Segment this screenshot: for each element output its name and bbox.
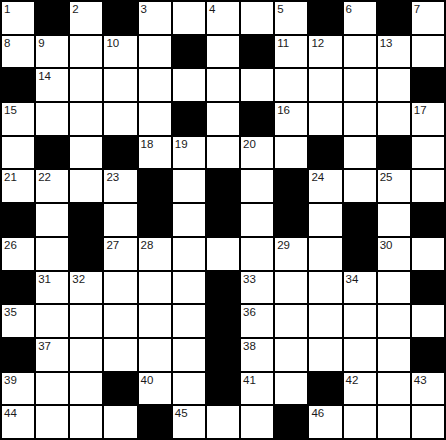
white-cell-r5c7[interactable]	[207, 137, 239, 169]
white-cell-r11c12[interactable]	[378, 339, 410, 371]
white-cell-r2c7[interactable]	[207, 36, 239, 68]
white-cell-r5c13[interactable]	[412, 137, 444, 169]
white-cell-r1c1[interactable]: 1	[2, 2, 34, 34]
white-cell-r8c12[interactable]: 30	[378, 238, 410, 270]
clue-number-18: 18	[141, 138, 154, 151]
white-cell-r8c13[interactable]	[412, 238, 444, 270]
white-cell-r13c11[interactable]	[344, 406, 376, 438]
black-cell-r1c2	[36, 2, 68, 34]
clue-number-8: 8	[4, 37, 10, 50]
white-cell-r11c6[interactable]	[173, 339, 205, 371]
black-cell-r5c2	[36, 137, 68, 169]
white-cell-r6c12[interactable]: 25	[378, 170, 410, 202]
white-cell-r12c5[interactable]: 40	[139, 373, 171, 405]
white-cell-r10c2[interactable]	[36, 305, 68, 337]
white-cell-r1c11[interactable]: 6	[344, 2, 376, 34]
black-cell-r9c7	[207, 272, 239, 304]
white-cell-r13c7[interactable]	[207, 406, 239, 438]
white-cell-r8c5[interactable]: 28	[139, 238, 171, 270]
white-cell-r7c12[interactable]	[378, 204, 410, 236]
white-cell-r4c5[interactable]	[139, 103, 171, 135]
clue-number-26: 26	[4, 239, 17, 252]
white-cell-r9c5[interactable]	[139, 272, 171, 304]
white-cell-r2c3[interactable]	[70, 36, 102, 68]
white-cell-r2c10[interactable]: 12	[309, 36, 341, 68]
white-cell-r3c2[interactable]: 14	[36, 69, 68, 101]
white-cell-r3c5[interactable]	[139, 69, 171, 101]
white-cell-r4c4[interactable]	[104, 103, 136, 135]
clue-number-12: 12	[311, 37, 324, 50]
black-cell-r9c1	[2, 272, 34, 304]
white-cell-r12c12[interactable]	[378, 373, 410, 405]
white-cell-r4c2[interactable]	[36, 103, 68, 135]
clue-number-21: 21	[4, 171, 17, 184]
white-cell-r2c13[interactable]	[412, 36, 444, 68]
clue-number-34: 34	[346, 273, 359, 286]
white-cell-r3c11[interactable]	[344, 69, 376, 101]
white-cell-r5c9[interactable]	[275, 137, 307, 169]
black-cell-r7c7	[207, 204, 239, 236]
white-cell-r1c9[interactable]: 5	[275, 2, 307, 34]
black-cell-r9c13	[412, 272, 444, 304]
white-cell-r7c4[interactable]	[104, 204, 136, 236]
clue-number-32: 32	[72, 273, 85, 286]
black-cell-r1c10	[309, 2, 341, 34]
white-cell-r7c8[interactable]	[241, 204, 273, 236]
white-cell-r8c7[interactable]	[207, 238, 239, 270]
clue-number-29: 29	[277, 239, 290, 252]
black-cell-r11c13	[412, 339, 444, 371]
white-cell-r9c6[interactable]	[173, 272, 205, 304]
white-cell-r12c13[interactable]: 43	[412, 373, 444, 405]
clue-number-35: 35	[4, 306, 17, 319]
white-cell-r13c2[interactable]	[36, 406, 68, 438]
clue-number-24: 24	[311, 171, 324, 184]
white-cell-r3c7[interactable]	[207, 69, 239, 101]
white-cell-r6c1[interactable]: 21	[2, 170, 34, 202]
white-cell-r11c5[interactable]	[139, 339, 171, 371]
white-cell-r13c6[interactable]: 45	[173, 406, 205, 438]
clue-number-9: 9	[38, 37, 44, 50]
white-cell-r12c9[interactable]	[275, 373, 307, 405]
white-cell-r12c2[interactable]	[36, 373, 68, 405]
clue-number-42: 42	[346, 374, 359, 387]
clue-number-31: 31	[38, 273, 51, 286]
white-cell-r8c1[interactable]: 26	[2, 238, 34, 270]
white-cell-r9c10[interactable]	[309, 272, 341, 304]
white-cell-r13c3[interactable]	[70, 406, 102, 438]
black-cell-r8c3	[70, 238, 102, 270]
white-cell-r8c6[interactable]	[173, 238, 205, 270]
white-cell-r8c8[interactable]	[241, 238, 273, 270]
white-cell-r3c9[interactable]	[275, 69, 307, 101]
clue-number-5: 5	[277, 3, 283, 16]
white-cell-r11c10[interactable]	[309, 339, 341, 371]
clue-number-43: 43	[414, 374, 427, 387]
white-cell-r8c2[interactable]	[36, 238, 68, 270]
clue-number-4: 4	[209, 3, 215, 16]
white-cell-r5c11[interactable]	[344, 137, 376, 169]
clue-number-46: 46	[311, 407, 324, 420]
white-cell-r3c10[interactable]	[309, 69, 341, 101]
white-cell-r2c11[interactable]	[344, 36, 376, 68]
black-cell-r1c12	[378, 2, 410, 34]
clue-number-13: 13	[380, 37, 393, 50]
clue-number-41: 41	[243, 374, 256, 387]
clue-number-45: 45	[175, 407, 188, 420]
clue-number-14: 14	[38, 70, 51, 83]
black-cell-r2c8	[241, 36, 273, 68]
white-cell-r12c8[interactable]: 41	[241, 373, 273, 405]
white-cell-r6c8[interactable]	[241, 170, 273, 202]
black-cell-r7c11	[344, 204, 376, 236]
white-cell-r9c11[interactable]: 34	[344, 272, 376, 304]
white-cell-r6c11[interactable]	[344, 170, 376, 202]
black-cell-r3c13	[412, 69, 444, 101]
white-cell-r13c12[interactable]	[378, 406, 410, 438]
white-cell-r6c13[interactable]	[412, 170, 444, 202]
white-cell-r4c10[interactable]	[309, 103, 341, 135]
clue-number-7: 7	[414, 3, 420, 16]
white-cell-r8c4[interactable]: 27	[104, 238, 136, 270]
clue-number-37: 37	[38, 340, 51, 353]
white-cell-r5c6[interactable]: 19	[173, 137, 205, 169]
white-cell-r5c1[interactable]	[2, 137, 34, 169]
black-cell-r4c6	[173, 103, 205, 135]
clue-number-27: 27	[106, 239, 119, 252]
white-cell-r12c6[interactable]	[173, 373, 205, 405]
clue-number-39: 39	[4, 374, 17, 387]
black-cell-r10c7	[207, 305, 239, 337]
white-cell-r7c2[interactable]	[36, 204, 68, 236]
black-cell-r6c5	[139, 170, 171, 202]
white-cell-r2c4[interactable]: 10	[104, 36, 136, 68]
white-cell-r10c12[interactable]	[378, 305, 410, 337]
white-cell-r8c9[interactable]: 29	[275, 238, 307, 270]
white-cell-r2c12[interactable]: 13	[378, 36, 410, 68]
clue-number-1: 1	[4, 3, 10, 16]
clue-number-3: 3	[141, 3, 147, 16]
white-cell-r11c3[interactable]	[70, 339, 102, 371]
white-cell-r4c7[interactable]	[207, 103, 239, 135]
black-cell-r11c7	[207, 339, 239, 371]
black-cell-r3c1	[2, 69, 34, 101]
white-cell-r10c11[interactable]	[344, 305, 376, 337]
white-cell-r6c4[interactable]: 23	[104, 170, 136, 202]
white-cell-r13c10[interactable]: 46	[309, 406, 341, 438]
white-cell-r1c13[interactable]: 7	[412, 2, 444, 34]
white-cell-r5c8[interactable]: 20	[241, 137, 273, 169]
clue-number-28: 28	[141, 239, 154, 252]
clue-number-17: 17	[414, 104, 427, 117]
white-cell-r10c1[interactable]: 35	[2, 305, 34, 337]
white-cell-r13c8[interactable]	[241, 406, 273, 438]
black-cell-r12c4	[104, 373, 136, 405]
black-cell-r5c4	[104, 137, 136, 169]
black-cell-r7c13	[412, 204, 444, 236]
white-cell-r10c3[interactable]	[70, 305, 102, 337]
white-cell-r10c8[interactable]: 36	[241, 305, 273, 337]
black-cell-r11c1	[2, 339, 34, 371]
white-cell-r4c9[interactable]: 16	[275, 103, 307, 135]
clue-number-10: 10	[106, 37, 119, 50]
white-cell-r1c5[interactable]: 3	[139, 2, 171, 34]
white-cell-r4c3[interactable]	[70, 103, 102, 135]
clue-number-44: 44	[4, 407, 17, 420]
white-cell-r9c9[interactable]	[275, 272, 307, 304]
white-cell-r9c8[interactable]: 33	[241, 272, 273, 304]
clue-number-33: 33	[243, 273, 256, 286]
white-cell-r2c2[interactable]: 9	[36, 36, 68, 68]
black-cell-r8c11	[344, 238, 376, 270]
white-cell-r9c3[interactable]: 32	[70, 272, 102, 304]
crossword-grid: 1234567891011121314151617181920212223242…	[0, 0, 446, 440]
black-cell-r7c1	[2, 204, 34, 236]
white-cell-r1c3[interactable]: 2	[70, 2, 102, 34]
clue-number-40: 40	[141, 374, 154, 387]
clue-number-2: 2	[72, 3, 78, 16]
clue-number-36: 36	[243, 306, 256, 319]
white-cell-r2c1[interactable]: 8	[2, 36, 34, 68]
white-cell-r3c12[interactable]	[378, 69, 410, 101]
white-cell-r10c5[interactable]	[139, 305, 171, 337]
white-cell-r12c1[interactable]: 39	[2, 373, 34, 405]
white-cell-r8c10[interactable]	[309, 238, 341, 270]
black-cell-r6c9	[275, 170, 307, 202]
white-cell-r7c10[interactable]	[309, 204, 341, 236]
white-cell-r11c4[interactable]	[104, 339, 136, 371]
white-cell-r13c13[interactable]	[412, 406, 444, 438]
black-cell-r6c7	[207, 170, 239, 202]
white-cell-r3c4[interactable]	[104, 69, 136, 101]
white-cell-r13c1[interactable]: 44	[2, 406, 34, 438]
white-cell-r10c4[interactable]	[104, 305, 136, 337]
black-cell-r7c9	[275, 204, 307, 236]
white-cell-r1c8[interactable]	[241, 2, 273, 34]
black-cell-r2c6	[173, 36, 205, 68]
clue-number-23: 23	[106, 171, 119, 184]
white-cell-r11c9[interactable]	[275, 339, 307, 371]
white-cell-r12c11[interactable]: 42	[344, 373, 376, 405]
white-cell-r4c12[interactable]	[378, 103, 410, 135]
black-cell-r13c5	[139, 406, 171, 438]
white-cell-r10c10[interactable]	[309, 305, 341, 337]
white-cell-r3c6[interactable]	[173, 69, 205, 101]
clue-number-38: 38	[243, 340, 256, 353]
black-cell-r5c10	[309, 137, 341, 169]
white-cell-r6c3[interactable]	[70, 170, 102, 202]
white-cell-r7c6[interactable]	[173, 204, 205, 236]
white-cell-r3c3[interactable]	[70, 69, 102, 101]
clue-number-11: 11	[277, 37, 289, 50]
white-cell-r6c10[interactable]: 24	[309, 170, 341, 202]
white-cell-r4c13[interactable]: 17	[412, 103, 444, 135]
white-cell-r9c2[interactable]: 31	[36, 272, 68, 304]
white-cell-r4c11[interactable]	[344, 103, 376, 135]
white-cell-r11c8[interactable]: 38	[241, 339, 273, 371]
white-cell-r3c8[interactable]	[241, 69, 273, 101]
white-cell-r6c2[interactable]: 22	[36, 170, 68, 202]
white-cell-r5c5[interactable]: 18	[139, 137, 171, 169]
black-cell-r12c10	[309, 373, 341, 405]
black-cell-r7c5	[139, 204, 171, 236]
white-cell-r6c6[interactable]	[173, 170, 205, 202]
clue-number-19: 19	[175, 138, 188, 151]
white-cell-r12c3[interactable]	[70, 373, 102, 405]
clue-number-6: 6	[346, 3, 352, 16]
white-cell-r10c6[interactable]	[173, 305, 205, 337]
clue-number-22: 22	[38, 171, 51, 184]
black-cell-r1c4	[104, 2, 136, 34]
white-cell-r10c9[interactable]	[275, 305, 307, 337]
black-cell-r7c3	[70, 204, 102, 236]
white-cell-r1c6[interactable]	[173, 2, 205, 34]
clue-number-30: 30	[380, 239, 393, 252]
white-cell-r9c4[interactable]	[104, 272, 136, 304]
black-cell-r13c9	[275, 406, 307, 438]
white-cell-r11c2[interactable]: 37	[36, 339, 68, 371]
clue-number-20: 20	[243, 138, 256, 151]
white-cell-r2c5[interactable]	[139, 36, 171, 68]
white-cell-r13c4[interactable]	[104, 406, 136, 438]
clue-number-15: 15	[4, 104, 17, 117]
black-cell-r12c7	[207, 373, 239, 405]
white-cell-r4c1[interactable]: 15	[2, 103, 34, 135]
white-cell-r11c11[interactable]	[344, 339, 376, 371]
white-cell-r2c9[interactable]: 11	[275, 36, 307, 68]
black-cell-r5c12	[378, 137, 410, 169]
clue-number-16: 16	[277, 104, 290, 117]
black-cell-r4c8	[241, 103, 273, 135]
white-cell-r10c13[interactable]	[412, 305, 444, 337]
white-cell-r5c3[interactable]	[70, 137, 102, 169]
white-cell-r9c12[interactable]	[378, 272, 410, 304]
clue-number-25: 25	[380, 171, 393, 184]
white-cell-r1c7[interactable]: 4	[207, 2, 239, 34]
